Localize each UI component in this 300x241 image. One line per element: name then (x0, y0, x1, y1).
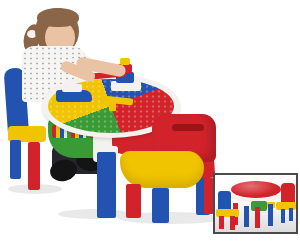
product-photo (0, 0, 300, 241)
inset-red-chair-leg (289, 208, 293, 221)
front-chair-front-mid-leg (152, 188, 169, 223)
inset-table-leg (268, 204, 273, 226)
left-chair-rear-leg (10, 140, 21, 179)
inset-table-leg (255, 207, 260, 228)
toy-boat-cabin (62, 84, 82, 92)
left-chair-front-leg (28, 142, 40, 190)
inset-red-chair-seat (276, 202, 296, 210)
front-chair-front-left-leg (126, 184, 141, 218)
toy-yellow-piece-grip (109, 102, 116, 111)
inset-red-chair-leg (281, 209, 285, 223)
child-bangs (37, 8, 79, 27)
inset-thumbnail (213, 173, 298, 234)
table-front-leg (97, 152, 116, 218)
inset-table-leg (244, 206, 249, 227)
inset-blue-chair-leg (219, 216, 224, 229)
front-chair-handle-slot (172, 124, 204, 131)
inset-table-red-cover (231, 181, 281, 198)
front-chair-seat (120, 151, 204, 188)
inset-blue-chair-leg (230, 216, 235, 230)
